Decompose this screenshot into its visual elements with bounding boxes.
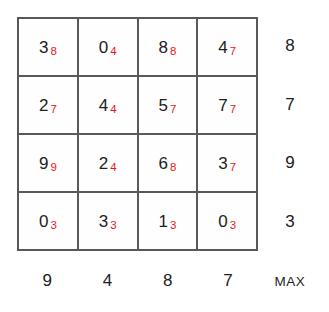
cell-value: 1 [158, 213, 167, 230]
cell-subscript: 7 [230, 104, 236, 116]
cell-value: 4 [218, 39, 227, 56]
cell-r2c0: 99 [18, 134, 78, 192]
col-max-label-2: 8 [138, 251, 198, 311]
col-max-label-0: 9 [17, 251, 77, 311]
cell-r2c3: 37 [197, 134, 257, 192]
cell-subscript: 3 [110, 220, 116, 232]
cell-r0c3: 47 [197, 18, 257, 76]
max-corner-label: MAX [258, 251, 322, 311]
row-max-label-2: 9 [258, 134, 322, 193]
row-max-column: 8 7 9 3 [258, 17, 322, 251]
cell-subscript: 3 [170, 220, 176, 232]
cell-subscript: 7 [50, 104, 56, 116]
cell-r1c2: 57 [138, 76, 198, 134]
cell-r3c2: 13 [138, 192, 198, 250]
cell-value: 3 [218, 155, 227, 172]
cell-value: 7 [218, 97, 227, 114]
cell-subscript: 8 [170, 46, 176, 58]
row-max-label-0: 8 [258, 17, 322, 76]
cell-r3c0: 03 [18, 192, 78, 250]
row-max-label-3: 3 [258, 193, 322, 252]
cell-subscript: 4 [110, 46, 116, 58]
cell-value: 2 [39, 97, 48, 114]
cell-value: 3 [99, 213, 108, 230]
cell-value: 6 [158, 155, 167, 172]
cell-value: 5 [158, 97, 167, 114]
cell-subscript: 7 [230, 46, 236, 58]
cell-subscript: 9 [50, 162, 56, 174]
cell-subscript: 4 [110, 162, 116, 174]
cell-r1c0: 27 [18, 76, 78, 134]
row-max-label-1: 7 [258, 76, 322, 135]
cell-subscript: 3 [50, 220, 56, 232]
cell-subscript: 7 [230, 162, 236, 174]
cell-r2c2: 68 [138, 134, 198, 192]
cell-subscript: 4 [110, 104, 116, 116]
cell-value: 9 [39, 155, 48, 172]
max-grid-diagram: 38 04 88 47 27 44 57 77 99 24 68 37 03 3… [0, 0, 329, 312]
cell-value: 0 [218, 213, 227, 230]
cell-r3c1: 33 [78, 192, 138, 250]
cell-value: 0 [39, 213, 48, 230]
cell-value: 8 [158, 39, 167, 56]
cell-r0c1: 04 [78, 18, 138, 76]
cell-subscript: 3 [230, 220, 236, 232]
cell-subscript: 8 [170, 162, 176, 174]
cell-value: 3 [39, 39, 48, 56]
cell-value: 4 [99, 97, 108, 114]
cell-r1c1: 44 [78, 76, 138, 134]
cell-value: 0 [99, 39, 108, 56]
col-max-label-1: 4 [77, 251, 137, 311]
cell-r0c0: 38 [18, 18, 78, 76]
cell-value: 2 [99, 155, 108, 172]
cell-subscript: 7 [170, 104, 176, 116]
cell-r0c2: 88 [138, 18, 198, 76]
cell-r1c3: 77 [197, 76, 257, 134]
cell-r2c1: 24 [78, 134, 138, 192]
cell-r3c3: 03 [197, 192, 257, 250]
col-max-row: 9 4 8 7 [17, 251, 258, 311]
cell-subscript: 8 [50, 46, 56, 58]
grid-board: 38 04 88 47 27 44 57 77 99 24 68 37 03 3… [17, 17, 258, 251]
col-max-label-3: 7 [198, 251, 258, 311]
